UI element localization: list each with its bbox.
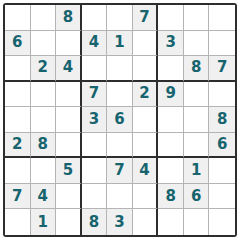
- cell-r7c1-empty[interactable]: [5, 158, 31, 184]
- cell-r7c6-given: 4: [133, 158, 159, 184]
- cell-r4c9-empty[interactable]: [209, 82, 235, 108]
- cell-r9c6-empty[interactable]: [133, 209, 159, 235]
- sudoku-widget: 876413248772936828657417486183: [0, 0, 240, 240]
- sudoku-board: 876413248772936828657417486183: [3, 3, 237, 237]
- cell-r2c6-empty[interactable]: [133, 31, 159, 57]
- cell-r4c3-empty[interactable]: [56, 82, 82, 108]
- cell-r8c8-given: 6: [184, 184, 210, 210]
- cell-r1c8-empty[interactable]: [184, 5, 210, 31]
- cell-r7c2-empty[interactable]: [31, 158, 57, 184]
- cell-r6c9-given: 6: [209, 133, 235, 159]
- cell-r8c7-given: 8: [158, 184, 184, 210]
- cell-r9c1-empty[interactable]: [5, 209, 31, 235]
- cell-r4c7-given: 9: [158, 82, 184, 108]
- cell-r4c8-empty[interactable]: [184, 82, 210, 108]
- cell-r7c7-empty[interactable]: [158, 158, 184, 184]
- cell-r6c8-empty[interactable]: [184, 133, 210, 159]
- cell-r4c4-given: 7: [82, 82, 108, 108]
- cell-r9c3-empty[interactable]: [56, 209, 82, 235]
- cell-r2c2-empty[interactable]: [31, 31, 57, 57]
- cell-r4c1-empty[interactable]: [5, 82, 31, 108]
- cell-r8c5-empty[interactable]: [107, 184, 133, 210]
- cell-r6c4-empty[interactable]: [82, 133, 108, 159]
- cell-r6c7-empty[interactable]: [158, 133, 184, 159]
- cell-r4c5-empty[interactable]: [107, 82, 133, 108]
- cell-r4c2-empty[interactable]: [31, 82, 57, 108]
- cell-r9c9-empty[interactable]: [209, 209, 235, 235]
- cell-r8c6-empty[interactable]: [133, 184, 159, 210]
- cell-r7c4-empty[interactable]: [82, 158, 108, 184]
- cell-r2c7-given: 3: [158, 31, 184, 57]
- cell-r2c9-empty[interactable]: [209, 31, 235, 57]
- cell-r3c6-empty[interactable]: [133, 56, 159, 82]
- cell-r6c2-given: 8: [31, 133, 57, 159]
- cell-r6c5-empty[interactable]: [107, 133, 133, 159]
- cell-r3c4-empty[interactable]: [82, 56, 108, 82]
- cell-r1c3-given: 8: [56, 5, 82, 31]
- cell-r2c4-given: 4: [82, 31, 108, 57]
- cell-r2c1-given: 6: [5, 31, 31, 57]
- cell-r5c9-given: 8: [209, 107, 235, 133]
- cell-r1c5-empty[interactable]: [107, 5, 133, 31]
- cell-r2c8-empty[interactable]: [184, 31, 210, 57]
- cell-r3c2-given: 2: [31, 56, 57, 82]
- cell-r8c2-given: 4: [31, 184, 57, 210]
- cell-r5c2-empty[interactable]: [31, 107, 57, 133]
- cell-r7c5-given: 7: [107, 158, 133, 184]
- cell-r3c7-empty[interactable]: [158, 56, 184, 82]
- cell-r5c7-empty[interactable]: [158, 107, 184, 133]
- cell-r8c1-given: 7: [5, 184, 31, 210]
- cell-r5c4-given: 3: [82, 107, 108, 133]
- cell-r2c5-given: 1: [107, 31, 133, 57]
- cell-r7c8-given: 1: [184, 158, 210, 184]
- cell-r1c4-empty[interactable]: [82, 5, 108, 31]
- cell-r9c7-empty[interactable]: [158, 209, 184, 235]
- cell-r5c5-given: 6: [107, 107, 133, 133]
- cell-r5c1-empty[interactable]: [5, 107, 31, 133]
- cell-r3c9-given: 7: [209, 56, 235, 82]
- cell-r3c5-empty[interactable]: [107, 56, 133, 82]
- cell-r9c8-empty[interactable]: [184, 209, 210, 235]
- cell-r2c3-empty[interactable]: [56, 31, 82, 57]
- cell-r1c9-empty[interactable]: [209, 5, 235, 31]
- cell-r1c7-empty[interactable]: [158, 5, 184, 31]
- cell-r7c3-given: 5: [56, 158, 82, 184]
- cell-r3c8-given: 8: [184, 56, 210, 82]
- cell-r5c6-empty[interactable]: [133, 107, 159, 133]
- cell-r6c1-given: 2: [5, 133, 31, 159]
- cell-r1c1-empty[interactable]: [5, 5, 31, 31]
- cell-r8c3-empty[interactable]: [56, 184, 82, 210]
- cell-r9c5-given: 3: [107, 209, 133, 235]
- cell-r4c6-given: 2: [133, 82, 159, 108]
- cell-r7c9-empty[interactable]: [209, 158, 235, 184]
- cell-r1c6-given: 7: [133, 5, 159, 31]
- cell-r5c3-empty[interactable]: [56, 107, 82, 133]
- cell-r8c4-empty[interactable]: [82, 184, 108, 210]
- cell-r3c3-given: 4: [56, 56, 82, 82]
- cell-r8c9-empty[interactable]: [209, 184, 235, 210]
- cell-r6c3-empty[interactable]: [56, 133, 82, 159]
- cell-r9c4-given: 8: [82, 209, 108, 235]
- cell-r6c6-empty[interactable]: [133, 133, 159, 159]
- cell-r1c2-empty[interactable]: [31, 5, 57, 31]
- cell-r9c2-given: 1: [31, 209, 57, 235]
- cell-r5c8-empty[interactable]: [184, 107, 210, 133]
- cell-r3c1-empty[interactable]: [5, 56, 31, 82]
